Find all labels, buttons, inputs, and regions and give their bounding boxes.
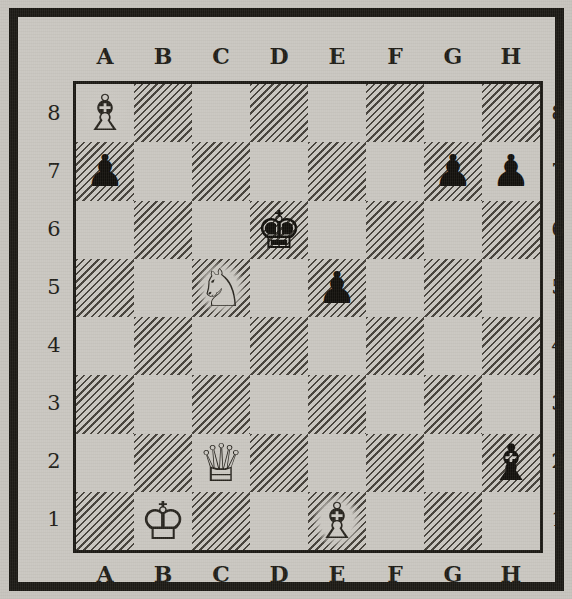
square-a3: [76, 375, 134, 433]
square-c2: ♕: [192, 434, 250, 492]
square-a5: [76, 259, 134, 317]
square-b2: [134, 434, 192, 492]
rank-label-left-7: 7: [42, 142, 66, 200]
file-label-bottom-a: A: [76, 561, 134, 587]
square-b1: ♔: [134, 492, 192, 550]
rank-labels-right: 87654321: [546, 84, 570, 548]
file-label-bottom-f: F: [366, 561, 424, 587]
square-d7: [250, 142, 308, 200]
square-b3: [134, 375, 192, 433]
square-h8: [482, 84, 540, 142]
file-label-bottom-h: H: [482, 561, 540, 587]
square-f4: [366, 317, 424, 375]
file-label-top-h: H: [482, 43, 540, 69]
file-label-top-e: E: [308, 43, 366, 69]
square-d3: [250, 375, 308, 433]
square-c7: [192, 142, 250, 200]
square-c5: ♘: [192, 259, 250, 317]
rank-label-left-2: 2: [42, 432, 66, 490]
square-g5: [424, 259, 482, 317]
square-h2: ♝: [482, 434, 540, 492]
square-a4: [76, 317, 134, 375]
square-f2: [366, 434, 424, 492]
square-g6: [424, 201, 482, 259]
file-label-top-c: C: [192, 43, 250, 69]
square-e7: [308, 142, 366, 200]
square-h4: [482, 317, 540, 375]
white-queen: ♕: [192, 434, 250, 492]
file-label-bottom-d: D: [250, 561, 308, 587]
black-king: ♚: [250, 201, 308, 259]
square-g7: ♟: [424, 142, 482, 200]
square-f5: [366, 259, 424, 317]
square-e3: [308, 375, 366, 433]
outer-frame: ABCDEFGH 87654321 ♗♟♟♟♚♘♟♕♝♔♗ 87654321 A…: [9, 8, 564, 591]
black-bishop: ♝: [482, 434, 540, 492]
square-e1: ♗: [308, 492, 366, 550]
rank-label-left-6: 6: [42, 200, 66, 258]
square-g1: [424, 492, 482, 550]
square-b5: [134, 259, 192, 317]
black-pawn: ♟: [76, 142, 134, 200]
file-label-bottom-c: C: [192, 561, 250, 587]
square-a1: [76, 492, 134, 550]
file-label-top-d: D: [250, 43, 308, 69]
square-d6: ♚: [250, 201, 308, 259]
square-a6: [76, 201, 134, 259]
square-f7: [366, 142, 424, 200]
file-label-top-a: A: [76, 43, 134, 69]
file-labels-top: ABCDEFGH: [76, 39, 540, 73]
square-d5: [250, 259, 308, 317]
square-c4: [192, 317, 250, 375]
square-b7: [134, 142, 192, 200]
file-label-bottom-b: B: [134, 561, 192, 587]
square-d8: [250, 84, 308, 142]
file-label-top-f: F: [366, 43, 424, 69]
square-e4: [308, 317, 366, 375]
rank-label-left-5: 5: [42, 258, 66, 316]
square-b6: [134, 201, 192, 259]
square-d1: [250, 492, 308, 550]
rank-label-left-4: 4: [42, 316, 66, 374]
rank-label-left-1: 1: [42, 490, 66, 548]
square-g8: [424, 84, 482, 142]
rank-label-right-5: 5: [546, 258, 570, 316]
rank-label-right-3: 3: [546, 374, 570, 432]
square-a8: ♗: [76, 84, 134, 142]
square-c1: [192, 492, 250, 550]
square-b4: [134, 317, 192, 375]
rank-label-right-4: 4: [546, 316, 570, 374]
square-h5: [482, 259, 540, 317]
square-a7: ♟: [76, 142, 134, 200]
square-h7: ♟: [482, 142, 540, 200]
scanned-chess-diagram: ABCDEFGH 87654321 ♗♟♟♟♚♘♟♕♝♔♗ 87654321 A…: [0, 0, 572, 599]
black-pawn: ♟: [308, 259, 366, 317]
square-c3: [192, 375, 250, 433]
chess-board: ♗♟♟♟♚♘♟♕♝♔♗: [73, 81, 543, 553]
file-label-top-b: B: [134, 43, 192, 69]
square-f1: [366, 492, 424, 550]
square-e2: [308, 434, 366, 492]
square-h6: [482, 201, 540, 259]
file-label-top-g: G: [424, 43, 482, 69]
square-d2: [250, 434, 308, 492]
file-label-bottom-e: E: [308, 561, 366, 587]
square-h3: [482, 375, 540, 433]
square-f3: [366, 375, 424, 433]
white-knight: ♘: [192, 259, 250, 317]
rank-label-right-2: 2: [546, 432, 570, 490]
rank-label-right-8: 8: [546, 84, 570, 142]
square-e8: [308, 84, 366, 142]
file-labels-bottom: ABCDEFGH: [76, 557, 540, 591]
square-f8: [366, 84, 424, 142]
rank-label-left-8: 8: [42, 84, 66, 142]
square-g3: [424, 375, 482, 433]
white-bishop: ♗: [308, 492, 366, 550]
square-e5: ♟: [308, 259, 366, 317]
square-g4: [424, 317, 482, 375]
rank-label-right-7: 7: [546, 142, 570, 200]
file-label-bottom-g: G: [424, 561, 482, 587]
square-e6: [308, 201, 366, 259]
black-pawn: ♟: [482, 142, 540, 200]
rank-label-right-6: 6: [546, 200, 570, 258]
black-pawn: ♟: [424, 142, 482, 200]
square-a2: [76, 434, 134, 492]
rank-labels-left: 87654321: [42, 84, 66, 548]
square-b8: [134, 84, 192, 142]
square-g2: [424, 434, 482, 492]
rank-label-right-1: 1: [546, 490, 570, 548]
square-c8: [192, 84, 250, 142]
white-king: ♔: [134, 492, 192, 550]
square-d4: [250, 317, 308, 375]
rank-label-left-3: 3: [42, 374, 66, 432]
white-bishop: ♗: [76, 84, 134, 142]
square-c6: [192, 201, 250, 259]
square-f6: [366, 201, 424, 259]
square-h1: [482, 492, 540, 550]
